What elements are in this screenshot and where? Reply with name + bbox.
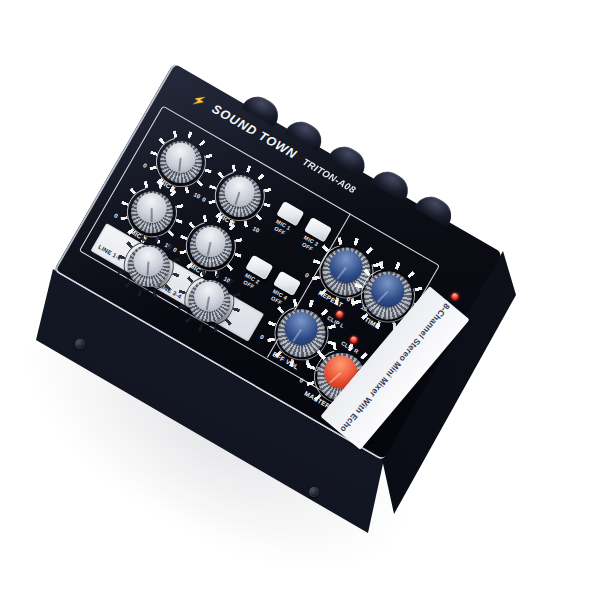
screw	[309, 487, 319, 497]
screw	[75, 339, 85, 349]
input-jack	[371, 166, 414, 202]
scale-min-label: 0	[346, 296, 352, 303]
input-jack	[414, 191, 457, 227]
scale-min-label: 0	[259, 334, 265, 341]
scale-min-label: 0	[299, 377, 305, 384]
lightning-bolt-icon: ⚡	[190, 91, 208, 109]
product-photo: ⚡ SOUND TOWN TRITON-A08 0 10 MIC 1 0 10 …	[0, 0, 600, 600]
scale-min-label: 0	[304, 272, 310, 279]
power-led	[450, 292, 460, 302]
